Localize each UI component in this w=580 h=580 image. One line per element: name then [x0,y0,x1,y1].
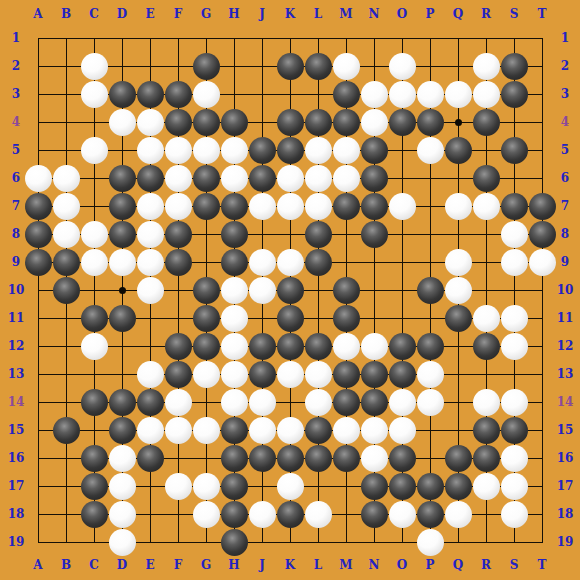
stone-O2-white [389,53,416,80]
stone-J14-white [249,389,276,416]
stone-D3-black [109,81,136,108]
stone-F8-black [165,221,192,248]
col-label-bottom-J: J [248,557,276,573]
stone-N3-white [361,81,388,108]
row-label-left-13: 13 [1,366,31,382]
col-label-top-L: L [304,6,332,22]
stone-O17-black [389,473,416,500]
col-label-bottom-H: H [220,557,248,573]
stone-J6-black [249,165,276,192]
stone-L16-black [305,445,332,472]
stone-G18-white [193,501,220,528]
stone-C2-white [81,53,108,80]
stone-D16-white [109,445,136,472]
stone-J18-white [249,501,276,528]
stone-K16-black [277,445,304,472]
stone-F5-white [165,137,192,164]
stone-C8-white [81,221,108,248]
stone-Q3-white [445,81,472,108]
stone-J16-black [249,445,276,472]
row-label-left-16: 16 [1,450,31,466]
stone-C18-black [81,501,108,528]
col-label-bottom-A: A [24,557,52,573]
stone-J9-white [249,249,276,276]
stone-G12-black [193,333,220,360]
stone-B6-white [53,165,80,192]
stone-O16-black [389,445,416,472]
stone-S14-white [501,389,528,416]
col-label-bottom-E: E [136,557,164,573]
stone-F13-black [165,361,192,388]
row-label-right-11: 11 [550,310,580,326]
stone-K17-white [277,473,304,500]
row-label-right-4: 4 [550,114,580,130]
col-label-bottom-F: F [164,557,192,573]
stone-C17-black [81,473,108,500]
row-label-left-10: 10 [1,282,31,298]
col-label-top-O: O [388,6,416,22]
stone-A7-black [25,193,52,220]
stone-G4-black [193,109,220,136]
stone-C5-white [81,137,108,164]
stone-F6-white [165,165,192,192]
stone-K4-black [277,109,304,136]
stone-P5-white [417,137,444,164]
stone-E7-white [137,193,164,220]
stone-Q17-black [445,473,472,500]
stone-L12-black [305,333,332,360]
stone-O4-black [389,109,416,136]
stone-N13-black [361,361,388,388]
stone-D11-black [109,305,136,332]
stone-L14-white [305,389,332,416]
row-label-right-13: 13 [550,366,580,382]
stone-M2-white [333,53,360,80]
col-label-top-P: P [416,6,444,22]
col-label-top-M: M [332,6,360,22]
stone-A9-black [25,249,52,276]
col-label-bottom-C: C [80,557,108,573]
row-label-right-3: 3 [550,86,580,102]
stone-H8-black [221,221,248,248]
stone-P4-black [417,109,444,136]
stone-H15-black [221,417,248,444]
stone-M6-white [333,165,360,192]
stone-R14-white [473,389,500,416]
col-label-bottom-M: M [332,557,360,573]
stone-M5-white [333,137,360,164]
stone-T7-black [529,193,556,220]
col-label-top-G: G [192,6,220,22]
star-point-D10 [119,287,126,294]
row-label-right-12: 12 [550,338,580,354]
stone-E5-white [137,137,164,164]
stone-S18-white [501,501,528,528]
stone-N5-black [361,137,388,164]
stone-H9-black [221,249,248,276]
stone-S3-black [501,81,528,108]
col-label-bottom-R: R [472,557,500,573]
stone-M16-black [333,445,360,472]
col-label-bottom-Q: Q [444,557,472,573]
stone-L18-white [305,501,332,528]
col-label-top-H: H [220,6,248,22]
row-label-left-5: 5 [1,142,31,158]
stone-T9-white [529,249,556,276]
stone-S12-white [501,333,528,360]
stone-L8-black [305,221,332,248]
stone-C12-white [81,333,108,360]
stone-F17-white [165,473,192,500]
col-label-top-R: R [472,6,500,22]
stone-O15-white [389,417,416,444]
stone-H17-black [221,473,248,500]
stone-P14-white [417,389,444,416]
stone-J13-black [249,361,276,388]
stone-O18-white [389,501,416,528]
stone-G7-black [193,193,220,220]
stone-M10-black [333,277,360,304]
stone-N4-white [361,109,388,136]
stone-E4-white [137,109,164,136]
row-label-right-1: 1 [550,30,580,46]
stone-F7-white [165,193,192,220]
stone-P13-white [417,361,444,388]
stone-K11-black [277,305,304,332]
col-label-bottom-P: P [416,557,444,573]
stone-Q7-white [445,193,472,220]
stone-Q11-black [445,305,472,332]
stone-K15-white [277,417,304,444]
stone-N14-black [361,389,388,416]
star-point-Q4 [455,119,462,126]
stone-J7-white [249,193,276,220]
col-label-top-Q: Q [444,6,472,22]
stone-D8-black [109,221,136,248]
stone-H14-white [221,389,248,416]
row-label-right-2: 2 [550,58,580,74]
stone-M4-black [333,109,360,136]
stone-J15-white [249,417,276,444]
stone-O13-black [389,361,416,388]
stone-K2-black [277,53,304,80]
stone-A6-white [25,165,52,192]
col-label-top-J: J [248,6,276,22]
stone-Q18-white [445,501,472,528]
row-label-right-16: 16 [550,450,580,466]
row-label-left-11: 11 [1,310,31,326]
stone-F9-black [165,249,192,276]
stone-H7-black [221,193,248,220]
stone-C16-black [81,445,108,472]
stone-J5-black [249,137,276,164]
row-label-left-3: 3 [1,86,31,102]
col-label-top-F: F [164,6,192,22]
stone-B9-black [53,249,80,276]
stone-K10-black [277,277,304,304]
stone-Q9-white [445,249,472,276]
col-label-bottom-L: L [304,557,332,573]
stone-E6-black [137,165,164,192]
stone-D19-white [109,529,136,556]
stone-O14-white [389,389,416,416]
stone-C9-white [81,249,108,276]
stone-D17-white [109,473,136,500]
col-label-top-B: B [52,6,80,22]
stone-L6-white [305,165,332,192]
stone-E15-white [137,417,164,444]
stone-H16-black [221,445,248,472]
stone-O7-white [389,193,416,220]
row-label-right-15: 15 [550,422,580,438]
stone-M15-white [333,417,360,444]
row-label-left-1: 1 [1,30,31,46]
stone-R11-white [473,305,500,332]
stone-G3-white [193,81,220,108]
stone-D9-white [109,249,136,276]
col-label-top-N: N [360,6,388,22]
stone-O12-black [389,333,416,360]
stone-E9-white [137,249,164,276]
stone-K18-black [277,501,304,528]
stone-D15-black [109,417,136,444]
stone-M11-black [333,305,360,332]
stone-N18-black [361,501,388,528]
stone-H5-white [221,137,248,164]
col-label-top-T: T [528,6,556,22]
stone-E14-black [137,389,164,416]
stone-S7-black [501,193,528,220]
stone-M7-black [333,193,360,220]
stone-R7-white [473,193,500,220]
stone-P19-white [417,529,444,556]
stone-K9-white [277,249,304,276]
stone-N17-black [361,473,388,500]
stone-G10-black [193,277,220,304]
stone-L5-white [305,137,332,164]
stone-C14-black [81,389,108,416]
stone-R2-white [473,53,500,80]
stone-F12-black [165,333,192,360]
stone-H12-white [221,333,248,360]
stone-R15-black [473,417,500,444]
row-label-right-5: 5 [550,142,580,158]
stone-M12-white [333,333,360,360]
stone-H11-white [221,305,248,332]
stone-R6-black [473,165,500,192]
row-label-left-14: 14 [1,394,31,410]
col-label-bottom-B: B [52,557,80,573]
col-label-top-C: C [80,6,108,22]
stone-K6-white [277,165,304,192]
col-label-top-K: K [276,6,304,22]
stone-L9-black [305,249,332,276]
go-board[interactable]: ABCDEFGHJKLMNOPQRST ABCDEFGHJKLMNOPQRST … [0,0,580,580]
stone-G11-black [193,305,220,332]
stone-T8-black [529,221,556,248]
row-label-left-2: 2 [1,58,31,74]
stone-O3-white [389,81,416,108]
row-label-left-17: 17 [1,478,31,494]
stone-H10-white [221,277,248,304]
stone-C11-black [81,305,108,332]
stone-P18-black [417,501,444,528]
stone-N8-black [361,221,388,248]
stone-S11-white [501,305,528,332]
stone-R16-black [473,445,500,472]
stone-L13-white [305,361,332,388]
stone-M14-black [333,389,360,416]
row-label-left-18: 18 [1,506,31,522]
col-label-top-S: S [500,6,528,22]
stone-F15-white [165,417,192,444]
row-label-left-15: 15 [1,422,31,438]
stone-M13-black [333,361,360,388]
stone-E8-white [137,221,164,248]
stone-H18-black [221,501,248,528]
stone-R12-black [473,333,500,360]
stone-N16-white [361,445,388,472]
stone-S8-white [501,221,528,248]
stone-K12-black [277,333,304,360]
stone-N15-white [361,417,388,444]
stone-D4-white [109,109,136,136]
row-label-right-14: 14 [550,394,580,410]
stone-G13-white [193,361,220,388]
row-label-right-17: 17 [550,478,580,494]
stone-G5-white [193,137,220,164]
col-label-top-E: E [136,6,164,22]
stone-Q16-black [445,445,472,472]
stone-P3-white [417,81,444,108]
stone-L7-white [305,193,332,220]
row-label-right-19: 19 [550,534,580,550]
col-label-top-A: A [24,6,52,22]
stone-H13-white [221,361,248,388]
stone-E16-black [137,445,164,472]
stone-E10-white [137,277,164,304]
stone-G17-white [193,473,220,500]
stone-G6-black [193,165,220,192]
stone-G2-black [193,53,220,80]
stone-P10-black [417,277,444,304]
stone-J12-black [249,333,276,360]
stone-P17-black [417,473,444,500]
stone-Q10-white [445,277,472,304]
stone-L15-black [305,417,332,444]
stone-N6-black [361,165,388,192]
col-label-bottom-N: N [360,557,388,573]
stone-Q5-black [445,137,472,164]
stone-S15-black [501,417,528,444]
stone-S5-black [501,137,528,164]
col-label-bottom-S: S [500,557,528,573]
stone-F3-black [165,81,192,108]
stone-L4-black [305,109,332,136]
row-label-right-6: 6 [550,170,580,186]
stone-M3-black [333,81,360,108]
stone-D14-black [109,389,136,416]
stone-E13-white [137,361,164,388]
col-label-bottom-K: K [276,557,304,573]
stone-G15-white [193,417,220,444]
col-label-top-D: D [108,6,136,22]
stone-D6-black [109,165,136,192]
stone-R4-black [473,109,500,136]
stone-B8-white [53,221,80,248]
row-label-right-10: 10 [550,282,580,298]
stone-C3-white [81,81,108,108]
stone-E3-black [137,81,164,108]
stone-B15-black [53,417,80,444]
stone-R17-white [473,473,500,500]
col-label-bottom-O: O [388,557,416,573]
col-label-bottom-T: T [528,557,556,573]
stone-S16-white [501,445,528,472]
stone-A8-black [25,221,52,248]
stone-P12-black [417,333,444,360]
stone-S2-black [501,53,528,80]
stone-H4-black [221,109,248,136]
stone-D18-white [109,501,136,528]
stone-K7-white [277,193,304,220]
row-label-right-18: 18 [550,506,580,522]
stone-J10-white [249,277,276,304]
stone-F14-white [165,389,192,416]
stone-S9-white [501,249,528,276]
stone-N7-black [361,193,388,220]
col-label-bottom-G: G [192,557,220,573]
stone-D7-black [109,193,136,220]
stone-F4-black [165,109,192,136]
stone-B10-black [53,277,80,304]
stone-H19-black [221,529,248,556]
stone-B7-white [53,193,80,220]
stone-K5-black [277,137,304,164]
row-label-left-12: 12 [1,338,31,354]
stone-R3-white [473,81,500,108]
stone-N12-white [361,333,388,360]
col-label-bottom-D: D [108,557,136,573]
stone-L2-black [305,53,332,80]
stone-S17-white [501,473,528,500]
row-label-left-19: 19 [1,534,31,550]
stone-K13-white [277,361,304,388]
row-label-left-4: 4 [1,114,31,130]
stone-H6-white [221,165,248,192]
